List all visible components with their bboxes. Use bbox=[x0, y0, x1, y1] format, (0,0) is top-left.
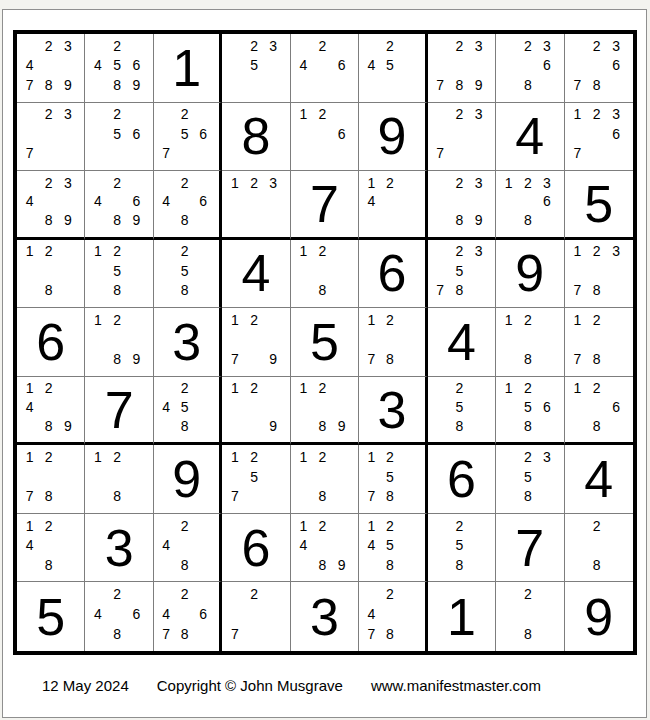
solved-digit: 3 bbox=[359, 377, 424, 443]
pencil-marks: 2478 bbox=[362, 584, 417, 644]
pencil-marks: 1278 bbox=[568, 310, 626, 369]
candidate-7: 7 bbox=[157, 624, 175, 644]
candidate-7 bbox=[20, 211, 39, 230]
solved-digit: 4 bbox=[496, 103, 563, 171]
candidate-9 bbox=[58, 486, 77, 506]
cell-r1c8[interactable]: 2368 bbox=[496, 34, 564, 103]
candidate-4 bbox=[568, 535, 587, 555]
candidate-1 bbox=[157, 105, 175, 125]
cell-r8c5[interactable]: 12489 bbox=[291, 514, 359, 583]
candidate-2: 2 bbox=[381, 36, 399, 56]
candidate-5: 5 bbox=[450, 535, 469, 555]
cell-r4c9[interactable]: 12378 bbox=[565, 240, 633, 309]
cell-r2c2[interactable]: 256 bbox=[85, 103, 153, 172]
candidate-6 bbox=[127, 330, 146, 350]
candidate-3 bbox=[399, 447, 417, 467]
cell-r4c8[interactable]: 9 bbox=[496, 240, 564, 309]
solved-digit: 5 bbox=[565, 171, 633, 237]
pencil-marks: 28 bbox=[499, 584, 556, 644]
candidate-2: 2 bbox=[450, 36, 469, 56]
candidate-5: 5 bbox=[381, 535, 399, 555]
candidate-2: 2 bbox=[381, 447, 399, 467]
candidate-2: 2 bbox=[313, 447, 332, 467]
candidate-2: 2 bbox=[518, 310, 537, 330]
candidate-6: 6 bbox=[194, 192, 212, 211]
candidate-4: 4 bbox=[157, 192, 175, 211]
pencil-marks: 1289 bbox=[88, 310, 145, 369]
candidate-9 bbox=[194, 555, 212, 575]
candidate-9: 9 bbox=[264, 416, 283, 435]
candidate-3 bbox=[399, 516, 417, 536]
cell-r3c6[interactable]: 124 bbox=[359, 171, 427, 240]
candidate-3: 3 bbox=[607, 242, 626, 262]
candidate-1 bbox=[20, 105, 39, 125]
candidate-1 bbox=[88, 584, 107, 604]
candidate-7 bbox=[499, 624, 518, 644]
candidate-6: 6 bbox=[607, 124, 626, 144]
cell-r8c1[interactable]: 1248 bbox=[17, 514, 85, 583]
candidate-6 bbox=[58, 192, 77, 211]
cell-r3c7[interactable]: 2389 bbox=[428, 171, 496, 240]
candidate-9: 9 bbox=[264, 349, 283, 369]
cell-r8c3[interactable]: 248 bbox=[154, 514, 222, 583]
candidate-2: 2 bbox=[175, 173, 193, 192]
candidate-9 bbox=[607, 349, 626, 369]
cell-r6c7[interactable]: 258 bbox=[428, 377, 496, 446]
candidate-9 bbox=[399, 624, 417, 644]
candidate-6: 6 bbox=[537, 192, 556, 211]
candidate-5 bbox=[450, 192, 469, 211]
candidate-3: 3 bbox=[58, 173, 77, 192]
candidate-3 bbox=[127, 105, 146, 125]
cell-r1c9[interactable]: 23678 bbox=[565, 34, 633, 103]
candidate-9: 9 bbox=[58, 211, 77, 230]
cell-r6c9[interactable]: 1268 bbox=[565, 377, 633, 446]
cell-r2c3[interactable]: 2567 bbox=[154, 103, 222, 172]
cell-r4c2[interactable]: 1258 bbox=[85, 240, 153, 309]
candidate-5 bbox=[108, 604, 127, 624]
cell-r1c5[interactable]: 246 bbox=[291, 34, 359, 103]
pencil-marks: 12378 bbox=[568, 242, 626, 301]
candidate-5 bbox=[175, 604, 193, 624]
pencil-marks: 2468 bbox=[157, 173, 212, 230]
pencil-marks: 1279 bbox=[225, 310, 282, 369]
candidate-9 bbox=[469, 144, 488, 164]
candidate-2: 2 bbox=[518, 447, 537, 467]
cell-r2c8[interactable]: 4 bbox=[496, 103, 564, 172]
candidate-3 bbox=[127, 584, 146, 604]
candidate-6 bbox=[537, 330, 556, 350]
candidate-3: 3 bbox=[58, 36, 77, 56]
cell-r9c4[interactable]: 27 bbox=[222, 582, 290, 651]
cell-r9c5[interactable]: 3 bbox=[291, 582, 359, 651]
candidate-4 bbox=[20, 261, 39, 281]
cell-r8c7[interactable]: 258 bbox=[428, 514, 496, 583]
cell-r5c6[interactable]: 1278 bbox=[359, 308, 427, 377]
candidate-5: 5 bbox=[108, 124, 127, 144]
candidate-3 bbox=[127, 310, 146, 330]
candidate-5 bbox=[381, 192, 399, 211]
candidate-8: 8 bbox=[39, 555, 58, 575]
candidate-7 bbox=[362, 75, 380, 95]
candidate-8: 8 bbox=[381, 555, 399, 575]
pencil-marks: 12568 bbox=[499, 379, 556, 436]
candidate-7 bbox=[20, 281, 39, 301]
cell-r6c2[interactable]: 7 bbox=[85, 377, 153, 446]
candidate-9 bbox=[399, 211, 417, 230]
cell-r9c9[interactable]: 9 bbox=[565, 582, 633, 651]
candidate-3 bbox=[194, 105, 212, 125]
candidate-7 bbox=[431, 416, 450, 435]
cell-r9c7[interactable]: 1 bbox=[428, 582, 496, 651]
candidate-2: 2 bbox=[450, 516, 469, 536]
candidate-8: 8 bbox=[518, 211, 537, 230]
pencil-marks: 2567 bbox=[157, 105, 212, 164]
candidate-1: 1 bbox=[568, 105, 587, 125]
candidate-4 bbox=[431, 398, 450, 417]
candidate-5: 5 bbox=[381, 467, 399, 487]
cell-r6c5[interactable]: 1289 bbox=[291, 377, 359, 446]
candidate-1 bbox=[499, 447, 518, 467]
cell-r2c6[interactable]: 9 bbox=[359, 103, 427, 172]
candidate-5: 5 bbox=[450, 261, 469, 281]
candidate-2: 2 bbox=[587, 105, 606, 125]
candidate-4: 4 bbox=[20, 192, 39, 211]
candidate-2: 2 bbox=[518, 36, 537, 56]
candidate-6: 6 bbox=[332, 124, 351, 144]
cell-r9c3[interactable]: 24678 bbox=[154, 582, 222, 651]
cell-r8c2[interactable]: 3 bbox=[85, 514, 153, 583]
candidate-4: 4 bbox=[20, 398, 39, 417]
candidate-5 bbox=[587, 261, 606, 281]
solved-digit: 7 bbox=[496, 514, 563, 582]
cell-r3c1[interactable]: 23489 bbox=[17, 171, 85, 240]
candidate-5: 5 bbox=[381, 56, 399, 76]
cell-r9c2[interactable]: 2468 bbox=[85, 582, 153, 651]
cell-r5c7[interactable]: 4 bbox=[428, 308, 496, 377]
pencil-marks: 248 bbox=[157, 516, 212, 575]
candidate-8: 8 bbox=[518, 75, 537, 95]
candidate-8 bbox=[244, 486, 263, 506]
candidate-6 bbox=[194, 398, 212, 417]
candidate-3 bbox=[607, 516, 626, 536]
candidate-2: 2 bbox=[450, 379, 469, 398]
pencil-marks: 23578 bbox=[431, 242, 488, 301]
cell-r7c5[interactable]: 128 bbox=[291, 445, 359, 514]
candidate-6 bbox=[58, 124, 77, 144]
candidate-6: 6 bbox=[607, 398, 626, 417]
cell-r2c1[interactable]: 237 bbox=[17, 103, 85, 172]
candidate-9 bbox=[399, 555, 417, 575]
candidate-6: 6 bbox=[127, 56, 146, 76]
solved-digit: 3 bbox=[291, 582, 358, 651]
cell-r9c6[interactable]: 2478 bbox=[359, 582, 427, 651]
candidate-1: 1 bbox=[20, 242, 39, 262]
candidate-8 bbox=[244, 211, 263, 230]
candidate-8: 8 bbox=[450, 281, 469, 301]
cell-r4c7[interactable]: 23578 bbox=[428, 240, 496, 309]
candidate-4 bbox=[88, 330, 107, 350]
candidate-2: 2 bbox=[108, 584, 127, 604]
candidate-7: 7 bbox=[362, 349, 380, 369]
candidate-9 bbox=[537, 75, 556, 95]
candidate-3: 3 bbox=[469, 36, 488, 56]
pencil-marks: 235 bbox=[225, 36, 282, 95]
pencil-marks: 28 bbox=[568, 516, 626, 575]
candidate-2: 2 bbox=[108, 36, 127, 56]
candidate-7: 7 bbox=[362, 486, 380, 506]
cell-r7c3[interactable]: 9 bbox=[154, 445, 222, 514]
candidate-6 bbox=[127, 467, 146, 487]
candidate-6 bbox=[127, 261, 146, 281]
cell-r3c4[interactable]: 123 bbox=[222, 171, 290, 240]
footer: 12 May 2024 Copyright © John Musgrave ww… bbox=[42, 676, 541, 696]
solved-digit: 5 bbox=[291, 308, 358, 376]
pencil-marks: 1258 bbox=[88, 242, 145, 301]
cell-r6c4[interactable]: 129 bbox=[222, 377, 290, 446]
candidate-5 bbox=[108, 192, 127, 211]
candidate-1: 1 bbox=[20, 516, 39, 536]
candidate-3 bbox=[399, 36, 417, 56]
candidate-5 bbox=[518, 330, 537, 350]
candidate-5 bbox=[39, 192, 58, 211]
candidate-4 bbox=[225, 467, 244, 487]
cell-r7c2[interactable]: 128 bbox=[85, 445, 153, 514]
candidate-6 bbox=[469, 535, 488, 555]
cell-r5c1[interactable]: 6 bbox=[17, 308, 85, 377]
candidate-7 bbox=[568, 416, 587, 435]
candidate-6 bbox=[264, 398, 283, 417]
candidate-1 bbox=[20, 36, 39, 56]
pencil-marks: 129 bbox=[225, 379, 282, 436]
footer-website: www.manifestmaster.com bbox=[371, 676, 541, 696]
cell-r8c8[interactable]: 7 bbox=[496, 514, 564, 583]
cell-r3c2[interactable]: 24689 bbox=[85, 171, 153, 240]
candidate-4: 4 bbox=[362, 604, 380, 624]
cell-r7c8[interactable]: 2358 bbox=[496, 445, 564, 514]
cell-r8c6[interactable]: 12458 bbox=[359, 514, 427, 583]
candidate-3: 3 bbox=[537, 173, 556, 192]
candidate-2: 2 bbox=[381, 516, 399, 536]
candidate-3 bbox=[264, 447, 283, 467]
candidate-6 bbox=[607, 261, 626, 281]
solved-digit: 9 bbox=[154, 445, 219, 513]
cell-r2c5[interactable]: 126 bbox=[291, 103, 359, 172]
cell-r4c6[interactable]: 6 bbox=[359, 240, 427, 309]
candidate-6 bbox=[332, 535, 351, 555]
candidate-1: 1 bbox=[88, 242, 107, 262]
candidate-2: 2 bbox=[108, 447, 127, 467]
candidate-4 bbox=[157, 124, 175, 144]
candidate-8 bbox=[108, 144, 127, 164]
cell-r8c9[interactable]: 28 bbox=[565, 514, 633, 583]
candidate-3: 3 bbox=[537, 447, 556, 467]
pencil-marks: 2458 bbox=[157, 379, 212, 436]
candidate-6 bbox=[537, 604, 556, 624]
cell-r7c9[interactable]: 4 bbox=[565, 445, 633, 514]
candidate-2: 2 bbox=[108, 310, 127, 330]
candidate-6 bbox=[399, 604, 417, 624]
candidate-7 bbox=[88, 144, 107, 164]
cell-r1c1[interactable]: 234789 bbox=[17, 34, 85, 103]
cell-r5c3[interactable]: 3 bbox=[154, 308, 222, 377]
candidate-7 bbox=[88, 211, 107, 230]
pencil-marks: 2368 bbox=[499, 36, 556, 95]
candidate-1 bbox=[157, 584, 175, 604]
candidate-3 bbox=[332, 516, 351, 536]
candidate-4: 4 bbox=[157, 535, 175, 555]
cell-r6c8[interactable]: 12568 bbox=[496, 377, 564, 446]
candidate-1 bbox=[294, 36, 313, 56]
cell-r4c1[interactable]: 128 bbox=[17, 240, 85, 309]
candidate-6 bbox=[194, 261, 212, 281]
candidate-2: 2 bbox=[587, 379, 606, 398]
candidate-4 bbox=[225, 56, 244, 76]
candidate-1: 1 bbox=[294, 447, 313, 467]
candidate-3 bbox=[469, 379, 488, 398]
candidate-3 bbox=[332, 379, 351, 398]
candidate-3 bbox=[58, 516, 77, 536]
candidate-3 bbox=[607, 310, 626, 330]
candidate-7 bbox=[362, 211, 380, 230]
candidate-2: 2 bbox=[175, 584, 193, 604]
cell-r4c3[interactable]: 258 bbox=[154, 240, 222, 309]
candidate-1: 1 bbox=[362, 310, 380, 330]
candidate-1: 1 bbox=[499, 379, 518, 398]
cell-r5c9[interactable]: 1278 bbox=[565, 308, 633, 377]
candidate-7 bbox=[88, 75, 107, 95]
candidate-2: 2 bbox=[587, 36, 606, 56]
cell-r7c4[interactable]: 1257 bbox=[222, 445, 290, 514]
candidate-1: 1 bbox=[225, 310, 244, 330]
pencil-marks: 256 bbox=[88, 105, 145, 164]
cell-r4c5[interactable]: 128 bbox=[291, 240, 359, 309]
cell-r5c4[interactable]: 1279 bbox=[222, 308, 290, 377]
candidate-5 bbox=[518, 192, 537, 211]
pencil-marks: 12578 bbox=[362, 447, 417, 506]
candidate-1: 1 bbox=[499, 310, 518, 330]
cell-r1c7[interactable]: 23789 bbox=[428, 34, 496, 103]
candidate-4 bbox=[225, 330, 244, 350]
cell-r5c8[interactable]: 128 bbox=[496, 308, 564, 377]
cell-r5c2[interactable]: 1289 bbox=[85, 308, 153, 377]
candidate-7 bbox=[294, 75, 313, 95]
candidate-2: 2 bbox=[39, 379, 58, 398]
pencil-marks: 246 bbox=[294, 36, 351, 95]
candidate-8: 8 bbox=[175, 281, 193, 301]
candidate-6 bbox=[264, 467, 283, 487]
candidate-3 bbox=[194, 173, 212, 192]
cell-r6c3[interactable]: 2458 bbox=[154, 377, 222, 446]
candidate-4 bbox=[225, 192, 244, 211]
candidate-8 bbox=[313, 75, 332, 95]
candidate-1 bbox=[431, 516, 450, 536]
candidate-1: 1 bbox=[499, 173, 518, 192]
candidate-8: 8 bbox=[39, 75, 58, 95]
cell-r3c8[interactable]: 12368 bbox=[496, 171, 564, 240]
candidate-5 bbox=[108, 467, 127, 487]
cell-r8c4[interactable]: 6 bbox=[222, 514, 290, 583]
cell-r9c8[interactable]: 28 bbox=[496, 582, 564, 651]
candidate-4 bbox=[88, 124, 107, 144]
candidate-8: 8 bbox=[313, 555, 332, 575]
candidate-3 bbox=[537, 379, 556, 398]
candidate-4 bbox=[568, 330, 587, 350]
candidate-7 bbox=[157, 416, 175, 435]
candidate-6: 6 bbox=[194, 604, 212, 624]
cell-r7c1[interactable]: 1278 bbox=[17, 445, 85, 514]
pencil-marks: 1289 bbox=[294, 379, 351, 436]
candidate-9: 9 bbox=[58, 416, 77, 435]
candidate-5 bbox=[450, 56, 469, 76]
pencil-marks: 258 bbox=[157, 242, 212, 301]
cell-r1c4[interactable]: 235 bbox=[222, 34, 290, 103]
candidate-7 bbox=[20, 555, 39, 575]
cell-r1c6[interactable]: 245 bbox=[359, 34, 427, 103]
candidate-8 bbox=[587, 144, 606, 164]
candidate-6 bbox=[58, 467, 77, 487]
candidate-7 bbox=[294, 144, 313, 164]
candidate-4 bbox=[568, 124, 587, 144]
cell-r3c9[interactable]: 5 bbox=[565, 171, 633, 240]
cell-r5c5[interactable]: 5 bbox=[291, 308, 359, 377]
candidate-3 bbox=[469, 516, 488, 536]
candidate-5 bbox=[313, 535, 332, 555]
candidate-5 bbox=[381, 604, 399, 624]
candidate-5 bbox=[108, 330, 127, 350]
cell-r2c7[interactable]: 237 bbox=[428, 103, 496, 172]
pencil-marks: 237 bbox=[431, 105, 488, 164]
candidate-9 bbox=[194, 416, 212, 435]
cell-r2c9[interactable]: 12367 bbox=[565, 103, 633, 172]
candidate-3 bbox=[264, 584, 283, 604]
cell-r4c4[interactable]: 4 bbox=[222, 240, 290, 309]
candidate-8: 8 bbox=[313, 486, 332, 506]
cell-r2c4[interactable]: 8 bbox=[222, 103, 290, 172]
candidate-2: 2 bbox=[175, 516, 193, 536]
candidate-4 bbox=[225, 604, 244, 624]
cell-r9c1[interactable]: 5 bbox=[17, 582, 85, 651]
candidate-7 bbox=[88, 624, 107, 644]
candidate-6: 6 bbox=[332, 56, 351, 76]
candidate-9 bbox=[332, 486, 351, 506]
pencil-marks: 12458 bbox=[362, 516, 417, 575]
cell-r6c6[interactable]: 3 bbox=[359, 377, 427, 446]
candidate-3 bbox=[127, 173, 146, 192]
candidate-3: 3 bbox=[264, 173, 283, 192]
candidate-9 bbox=[399, 486, 417, 506]
cell-r3c5[interactable]: 7 bbox=[291, 171, 359, 240]
cell-r1c2[interactable]: 245689 bbox=[85, 34, 153, 103]
candidate-5: 5 bbox=[108, 261, 127, 281]
candidate-4 bbox=[568, 56, 587, 76]
candidate-1 bbox=[431, 173, 450, 192]
cell-r7c6[interactable]: 12578 bbox=[359, 445, 427, 514]
solved-digit: 9 bbox=[565, 582, 633, 651]
cell-r1c3[interactable]: 1 bbox=[154, 34, 222, 103]
candidate-2: 2 bbox=[587, 310, 606, 330]
cell-r6c1[interactable]: 12489 bbox=[17, 377, 85, 446]
cell-r7c7[interactable]: 6 bbox=[428, 445, 496, 514]
pencil-marks: 1278 bbox=[362, 310, 417, 369]
footer-copyright: Copyright © John Musgrave bbox=[157, 676, 343, 696]
candidate-4: 4 bbox=[362, 56, 380, 76]
candidate-5: 5 bbox=[518, 398, 537, 417]
candidate-9 bbox=[127, 486, 146, 506]
pencil-marks: 245689 bbox=[88, 36, 145, 95]
cell-r3c3[interactable]: 2468 bbox=[154, 171, 222, 240]
candidate-4 bbox=[20, 124, 39, 144]
